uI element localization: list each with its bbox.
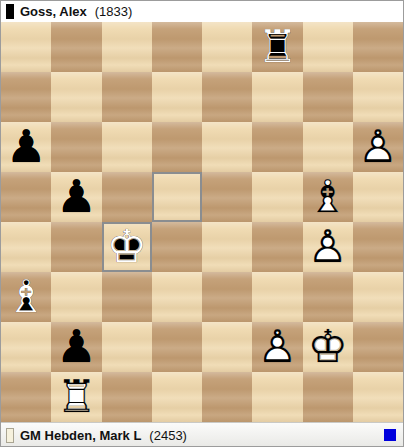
square-d4[interactable]: [152, 222, 202, 272]
square-h6[interactable]: ♟♙: [353, 122, 403, 172]
square-b2[interactable]: ♟♙: [51, 322, 101, 372]
square-h1[interactable]: [353, 372, 403, 422]
square-b7[interactable]: [51, 72, 101, 122]
white-pawn: ♟♙: [252, 322, 302, 372]
square-g5[interactable]: ♝♗: [303, 172, 353, 222]
square-d1[interactable]: [152, 372, 202, 422]
square-c6[interactable]: [102, 122, 152, 172]
square-a3[interactable]: ♝♗: [1, 272, 51, 322]
square-a5[interactable]: [1, 172, 51, 222]
bottom-player-rating: (2453): [149, 428, 187, 443]
black-rook: ♜♖: [252, 22, 302, 72]
square-g3[interactable]: [303, 272, 353, 322]
square-d7[interactable]: [152, 72, 202, 122]
square-f6[interactable]: [252, 122, 302, 172]
square-a6[interactable]: ♟♙: [1, 122, 51, 172]
square-c7[interactable]: [102, 72, 152, 122]
square-a1[interactable]: [1, 372, 51, 422]
square-b3[interactable]: [51, 272, 101, 322]
top-player-name: Goss, Alex: [20, 4, 87, 19]
square-b8[interactable]: [51, 22, 101, 72]
square-c4[interactable]: ♚♔: [102, 222, 152, 272]
square-h5[interactable]: [353, 172, 403, 222]
square-e1[interactable]: [202, 372, 252, 422]
square-f7[interactable]: [252, 72, 302, 122]
square-b6[interactable]: [51, 122, 101, 172]
white-pawn: ♟♙: [353, 122, 403, 172]
square-b1[interactable]: ♜♖: [51, 372, 101, 422]
white-king: ♚♔: [303, 322, 353, 372]
bottom-player-bar: GM Hebden, Mark L (2453): [1, 422, 403, 447]
black-pawn: ♟♙: [1, 122, 51, 172]
square-c8[interactable]: [102, 22, 152, 72]
square-a2[interactable]: [1, 322, 51, 372]
square-a4[interactable]: [1, 222, 51, 272]
square-f4[interactable]: [252, 222, 302, 272]
white-color-indicator-icon: [6, 428, 14, 443]
square-h8[interactable]: [353, 22, 403, 72]
bottom-player-name: GM Hebden, Mark L: [20, 428, 141, 443]
top-player-bar: Goss, Alex (1833): [1, 1, 403, 22]
square-a7[interactable]: [1, 72, 51, 122]
black-bishop: ♝♗: [1, 272, 51, 322]
square-c3[interactable]: [102, 272, 152, 322]
black-color-indicator-icon: [6, 4, 14, 19]
square-h4[interactable]: [353, 222, 403, 272]
square-c5[interactable]: [102, 172, 152, 222]
square-b4[interactable]: [51, 222, 101, 272]
black-pawn: ♟♙: [51, 172, 101, 222]
square-h2[interactable]: [353, 322, 403, 372]
chess-board[interactable]: ♜♖♟♙♟♙♟♙♝♗♚♔♟♙♝♗♟♙♟♙♚♔♜♖: [1, 22, 403, 422]
square-f3[interactable]: [252, 272, 302, 322]
square-h7[interactable]: [353, 72, 403, 122]
side-to-move-indicator: [384, 429, 396, 441]
square-d6[interactable]: [152, 122, 202, 172]
white-pawn: ♟♙: [303, 222, 353, 272]
chess-window: Goss, Alex (1833) ♜♖♟♙♟♙♟♙♝♗♚♔♟♙♝♗♟♙♟♙♚♔…: [0, 0, 404, 447]
square-e5[interactable]: [202, 172, 252, 222]
square-d3[interactable]: [152, 272, 202, 322]
square-g8[interactable]: [303, 22, 353, 72]
black-king: ♚♔: [102, 222, 152, 272]
square-c1[interactable]: [102, 372, 152, 422]
square-e7[interactable]: [202, 72, 252, 122]
square-g4[interactable]: ♟♙: [303, 222, 353, 272]
square-a8[interactable]: [1, 22, 51, 72]
square-g7[interactable]: [303, 72, 353, 122]
white-rook: ♜♖: [51, 372, 101, 422]
square-e8[interactable]: [202, 22, 252, 72]
square-g1[interactable]: [303, 372, 353, 422]
square-g2[interactable]: ♚♔: [303, 322, 353, 372]
square-h3[interactable]: [353, 272, 403, 322]
square-f8[interactable]: ♜♖: [252, 22, 302, 72]
square-f2[interactable]: ♟♙: [252, 322, 302, 372]
square-g6[interactable]: [303, 122, 353, 172]
black-pawn: ♟♙: [51, 322, 101, 372]
square-e3[interactable]: [202, 272, 252, 322]
square-b5[interactable]: ♟♙: [51, 172, 101, 222]
square-d8[interactable]: [152, 22, 202, 72]
square-d2[interactable]: [152, 322, 202, 372]
square-c2[interactable]: [102, 322, 152, 372]
square-d5[interactable]: [152, 172, 202, 222]
square-f1[interactable]: [252, 372, 302, 422]
white-bishop: ♝♗: [303, 172, 353, 222]
top-player-rating: (1833): [95, 4, 133, 19]
square-e2[interactable]: [202, 322, 252, 372]
square-e6[interactable]: [202, 122, 252, 172]
square-e4[interactable]: [202, 222, 252, 272]
square-f5[interactable]: [252, 172, 302, 222]
